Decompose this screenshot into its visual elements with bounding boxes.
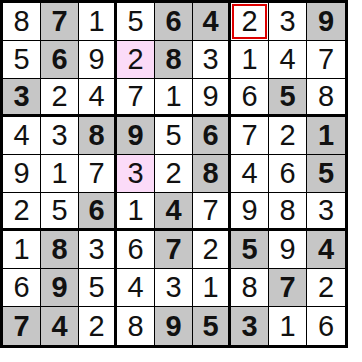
cell-r8c7[interactable]: 8 [231,269,269,307]
cell-r3c8[interactable]: 5 [269,79,307,117]
cell-r4c3[interactable]: 8 [79,117,117,155]
cell-r1c7[interactable]: 2 [231,3,269,41]
cell-r4c6[interactable]: 6 [193,117,231,155]
cell-r8c6[interactable]: 1 [193,269,231,307]
cell-r7c6[interactable]: 2 [193,231,231,269]
cell-r4c2[interactable]: 3 [41,117,79,155]
cell-r3c3[interactable]: 4 [79,79,117,117]
cell-r7c7[interactable]: 5 [231,231,269,269]
cell-r2c3[interactable]: 9 [79,41,117,79]
cell-r3c9[interactable]: 8 [307,79,345,117]
cell-r7c2[interactable]: 8 [41,231,79,269]
cell-r5c7[interactable]: 4 [231,155,269,193]
cell-r5c6[interactable]: 8 [193,155,231,193]
cell-r5c9[interactable]: 5 [307,155,345,193]
cell-r6c8[interactable]: 8 [269,193,307,231]
cell-r6c5[interactable]: 4 [155,193,193,231]
cell-r2c5[interactable]: 8 [155,41,193,79]
cell-r4c1[interactable]: 4 [3,117,41,155]
cell-r1c4[interactable]: 5 [117,3,155,41]
cell-r9c7[interactable]: 3 [231,307,269,345]
cell-r1c8[interactable]: 3 [269,3,307,41]
cell-r2c8[interactable]: 4 [269,41,307,79]
cell-r2c1[interactable]: 5 [3,41,41,79]
cell-r4c4[interactable]: 9 [117,117,155,155]
cell-r2c9[interactable]: 7 [307,41,345,79]
cell-r9c6[interactable]: 5 [193,307,231,345]
cell-r6c6[interactable]: 7 [193,193,231,231]
cell-r7c5[interactable]: 7 [155,231,193,269]
cell-r5c5[interactable]: 2 [155,155,193,193]
cell-r2c6[interactable]: 3 [193,41,231,79]
cell-r9c1[interactable]: 7 [3,307,41,345]
cell-r9c5[interactable]: 9 [155,307,193,345]
cell-r4c8[interactable]: 2 [269,117,307,155]
sudoku-board: 8715642395692831473247196584389567219173… [0,0,348,348]
cell-r3c2[interactable]: 2 [41,79,79,117]
cell-r6c3[interactable]: 6 [79,193,117,231]
cell-r1c6[interactable]: 4 [193,3,231,41]
cell-r1c9[interactable]: 9 [307,3,345,41]
cell-r4c9[interactable]: 1 [307,117,345,155]
cell-r8c9[interactable]: 2 [307,269,345,307]
cell-r3c6[interactable]: 9 [193,79,231,117]
cell-r6c7[interactable]: 9 [231,193,269,231]
cell-r7c3[interactable]: 3 [79,231,117,269]
cell-r8c3[interactable]: 5 [79,269,117,307]
cell-r8c8[interactable]: 7 [269,269,307,307]
cell-r1c2[interactable]: 7 [41,3,79,41]
cell-r9c9[interactable]: 6 [307,307,345,345]
cell-r6c2[interactable]: 5 [41,193,79,231]
cell-r2c7[interactable]: 1 [231,41,269,79]
cell-r6c9[interactable]: 3 [307,193,345,231]
cell-r7c9[interactable]: 4 [307,231,345,269]
cell-r3c7[interactable]: 6 [231,79,269,117]
cell-r4c5[interactable]: 5 [155,117,193,155]
cell-r7c8[interactable]: 9 [269,231,307,269]
cell-r7c4[interactable]: 6 [117,231,155,269]
cell-r1c5[interactable]: 6 [155,3,193,41]
cell-r5c2[interactable]: 1 [41,155,79,193]
cell-r9c8[interactable]: 1 [269,307,307,345]
cell-r6c1[interactable]: 2 [3,193,41,231]
cell-r6c4[interactable]: 1 [117,193,155,231]
cell-r5c8[interactable]: 6 [269,155,307,193]
cell-r1c1[interactable]: 8 [3,3,41,41]
cell-r2c2[interactable]: 6 [41,41,79,79]
cell-r8c5[interactable]: 3 [155,269,193,307]
cell-r3c4[interactable]: 7 [117,79,155,117]
cell-r8c2[interactable]: 9 [41,269,79,307]
cell-r4c7[interactable]: 7 [231,117,269,155]
cell-r9c3[interactable]: 2 [79,307,117,345]
cell-r2c4[interactable]: 2 [117,41,155,79]
cell-r5c3[interactable]: 7 [79,155,117,193]
cell-r9c4[interactable]: 8 [117,307,155,345]
cell-r5c4[interactable]: 3 [117,155,155,193]
cell-r8c1[interactable]: 6 [3,269,41,307]
cell-r8c4[interactable]: 4 [117,269,155,307]
cell-r9c2[interactable]: 4 [41,307,79,345]
cell-r3c1[interactable]: 3 [3,79,41,117]
cell-r1c3[interactable]: 1 [79,3,117,41]
cell-r7c1[interactable]: 1 [3,231,41,269]
cell-r3c5[interactable]: 1 [155,79,193,117]
cell-r5c1[interactable]: 9 [3,155,41,193]
